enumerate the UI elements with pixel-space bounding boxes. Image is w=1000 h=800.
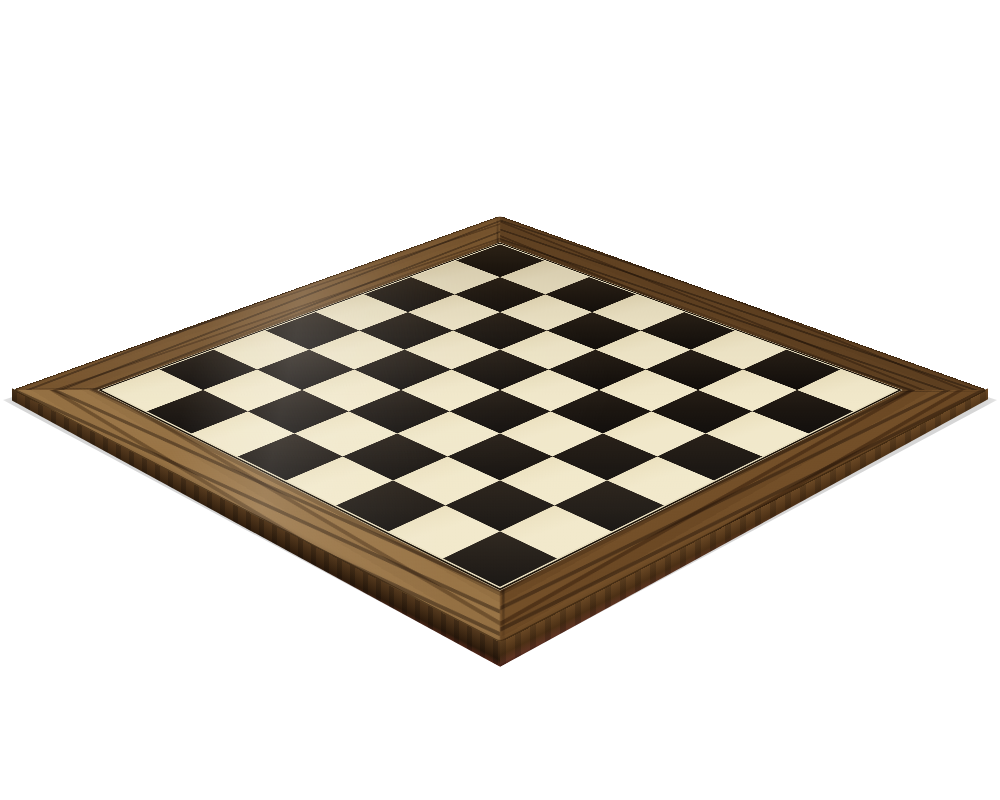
board-grid [104,244,896,586]
chess-board [12,216,988,643]
product-photo-stage [0,0,1000,800]
